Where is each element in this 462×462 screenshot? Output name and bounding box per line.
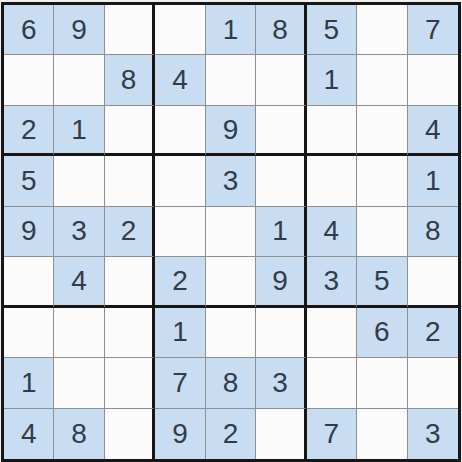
given-cell-r3c2: 1 [54,106,104,156]
given-cell-r9c9: 3 [408,409,458,459]
empty-cell-r1c8[interactable] [357,5,407,55]
empty-cell-r5c4[interactable] [155,207,205,257]
given-cell-r7c4: 1 [155,308,205,358]
sudoku-board: 6918578412194531932148429351621783489273 [1,2,461,462]
empty-cell-r4c4[interactable] [155,156,205,206]
given-cell-r4c1: 5 [4,156,54,206]
empty-cell-r9c6[interactable] [256,409,306,459]
empty-cell-r8c8[interactable] [357,358,407,408]
empty-cell-r8c7[interactable] [307,358,357,408]
given-cell-r7c8: 6 [357,308,407,358]
empty-cell-r3c8[interactable] [357,106,407,156]
given-cell-r9c2: 8 [54,409,104,459]
empty-cell-r4c2[interactable] [54,156,104,206]
given-cell-r9c5: 2 [206,409,256,459]
empty-cell-r2c1[interactable] [4,55,54,105]
empty-cell-r6c9[interactable] [408,257,458,307]
empty-cell-r3c3[interactable] [105,106,155,156]
given-cell-r2c7: 1 [307,55,357,105]
empty-cell-r3c7[interactable] [307,106,357,156]
given-cell-r5c9: 8 [408,207,458,257]
empty-cell-r8c2[interactable] [54,358,104,408]
given-cell-r8c5: 8 [206,358,256,408]
given-cell-r5c7: 4 [307,207,357,257]
empty-cell-r1c3[interactable] [105,5,155,55]
empty-cell-r6c1[interactable] [4,257,54,307]
empty-cell-r7c6[interactable] [256,308,306,358]
given-cell-r1c9: 7 [408,5,458,55]
empty-cell-r4c3[interactable] [105,156,155,206]
empty-cell-r7c7[interactable] [307,308,357,358]
empty-cell-r7c3[interactable] [105,308,155,358]
given-cell-r8c1: 1 [4,358,54,408]
empty-cell-r1c4[interactable] [155,5,205,55]
empty-cell-r2c2[interactable] [54,55,104,105]
given-cell-r1c6: 8 [256,5,306,55]
empty-cell-r3c4[interactable] [155,106,205,156]
given-cell-r1c5: 1 [206,5,256,55]
empty-cell-r6c5[interactable] [206,257,256,307]
given-cell-r1c1: 6 [4,5,54,55]
empty-cell-r9c3[interactable] [105,409,155,459]
given-cell-r5c1: 9 [4,207,54,257]
given-cell-r1c2: 9 [54,5,104,55]
given-cell-r9c4: 9 [155,409,205,459]
given-cell-r6c2: 4 [54,257,104,307]
empty-cell-r2c8[interactable] [357,55,407,105]
empty-cell-r3c6[interactable] [256,106,306,156]
given-cell-r9c1: 4 [4,409,54,459]
given-cell-r2c3: 8 [105,55,155,105]
given-cell-r2c4: 4 [155,55,205,105]
empty-cell-r4c7[interactable] [307,156,357,206]
given-cell-r6c6: 9 [256,257,306,307]
empty-cell-r4c6[interactable] [256,156,306,206]
empty-cell-r4c8[interactable] [357,156,407,206]
given-cell-r5c2: 3 [54,207,104,257]
empty-cell-r2c6[interactable] [256,55,306,105]
given-cell-r5c3: 2 [105,207,155,257]
given-cell-r1c7: 5 [307,5,357,55]
given-cell-r3c1: 2 [4,106,54,156]
given-cell-r6c7: 3 [307,257,357,307]
empty-cell-r9c8[interactable] [357,409,407,459]
given-cell-r4c9: 1 [408,156,458,206]
given-cell-r8c4: 7 [155,358,205,408]
empty-cell-r8c3[interactable] [105,358,155,408]
given-cell-r4c5: 3 [206,156,256,206]
empty-cell-r5c8[interactable] [357,207,407,257]
empty-cell-r8c9[interactable] [408,358,458,408]
empty-cell-r7c1[interactable] [4,308,54,358]
given-cell-r8c6: 3 [256,358,306,408]
given-cell-r6c8: 5 [357,257,407,307]
given-cell-r6c4: 2 [155,257,205,307]
empty-cell-r2c5[interactable] [206,55,256,105]
empty-cell-r5c5[interactable] [206,207,256,257]
given-cell-r3c9: 4 [408,106,458,156]
given-cell-r7c9: 2 [408,308,458,358]
given-cell-r3c5: 9 [206,106,256,156]
empty-cell-r7c5[interactable] [206,308,256,358]
empty-cell-r2c9[interactable] [408,55,458,105]
given-cell-r9c7: 7 [307,409,357,459]
given-cell-r5c6: 1 [256,207,306,257]
empty-cell-r6c3[interactable] [105,257,155,307]
empty-cell-r7c2[interactable] [54,308,104,358]
